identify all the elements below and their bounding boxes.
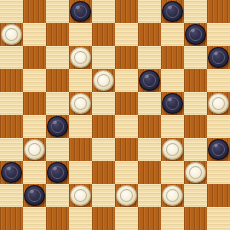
white-man[interactable]: ⛀ <box>162 139 183 160</box>
square-r3c8[interactable] <box>161 46 184 69</box>
square-r4c7[interactable]: ⛂ <box>138 69 161 92</box>
square-r4c8[interactable] <box>161 69 184 92</box>
square-r1c7[interactable] <box>138 0 161 23</box>
square-r6c6[interactable] <box>115 115 138 138</box>
square-r6c7[interactable] <box>138 115 161 138</box>
square-r5c6[interactable] <box>115 92 138 115</box>
square-r8c2[interactable] <box>23 161 46 184</box>
square-r7c9[interactable] <box>184 138 207 161</box>
black-man[interactable]: ⛂ <box>47 116 68 137</box>
square-r8c4[interactable] <box>69 161 92 184</box>
square-r1c4[interactable]: ⛂ <box>69 0 92 23</box>
square-r4c4[interactable] <box>69 69 92 92</box>
square-r1c10[interactable] <box>207 0 230 23</box>
square-r3c5[interactable] <box>92 46 115 69</box>
white-man[interactable]: ⛀ <box>24 139 45 160</box>
square-r3c3[interactable] <box>46 46 69 69</box>
square-r5c2[interactable] <box>23 92 46 115</box>
square-r4c1[interactable] <box>0 69 23 92</box>
square-r6c4[interactable] <box>69 115 92 138</box>
square-r9c7[interactable] <box>138 184 161 207</box>
square-r6c5[interactable] <box>92 115 115 138</box>
square-r8c1[interactable]: ⛂ <box>0 161 23 184</box>
square-r6c3[interactable]: ⛂ <box>46 115 69 138</box>
square-r7c8[interactable]: ⛀ <box>161 138 184 161</box>
black-man[interactable]: ⛂ <box>47 162 68 183</box>
square-r3c7[interactable] <box>138 46 161 69</box>
square-r7c2[interactable]: ⛀ <box>23 138 46 161</box>
black-man[interactable]: ⛂ <box>1 162 22 183</box>
square-r1c9[interactable] <box>184 0 207 23</box>
square-r10c4[interactable] <box>69 207 92 230</box>
square-r3c2[interactable] <box>23 46 46 69</box>
square-r2c1[interactable]: ⛀ <box>0 23 23 46</box>
square-r10c8[interactable] <box>161 207 184 230</box>
white-man[interactable]: ⛀ <box>1 24 22 45</box>
square-r9c10[interactable] <box>207 184 230 207</box>
square-r2c5[interactable] <box>92 23 115 46</box>
square-r8c3[interactable]: ⛂ <box>46 161 69 184</box>
black-man[interactable]: ⛂ <box>208 47 229 68</box>
square-r1c8[interactable]: ⛂ <box>161 0 184 23</box>
square-r8c10[interactable] <box>207 161 230 184</box>
square-r7c4[interactable] <box>69 138 92 161</box>
black-man[interactable]: ⛂ <box>208 139 229 160</box>
square-r5c9[interactable] <box>184 92 207 115</box>
square-r6c2[interactable] <box>23 115 46 138</box>
square-r10c10[interactable] <box>207 207 230 230</box>
white-man[interactable]: ⛀ <box>70 185 91 206</box>
square-r9c2[interactable]: ⛂ <box>23 184 46 207</box>
square-r10c1[interactable] <box>0 207 23 230</box>
square-r3c1[interactable] <box>0 46 23 69</box>
square-r10c7[interactable] <box>138 207 161 230</box>
square-r2c9[interactable]: ⛂ <box>184 23 207 46</box>
square-r7c5[interactable] <box>92 138 115 161</box>
square-r2c2[interactable] <box>23 23 46 46</box>
square-r2c6[interactable] <box>115 23 138 46</box>
square-r1c1[interactable] <box>0 0 23 23</box>
square-r5c8[interactable]: ⛂ <box>161 92 184 115</box>
square-r7c7[interactable] <box>138 138 161 161</box>
black-man[interactable]: ⛂ <box>139 70 160 91</box>
square-r4c6[interactable] <box>115 69 138 92</box>
square-r8c5[interactable] <box>92 161 115 184</box>
square-r6c10[interactable] <box>207 115 230 138</box>
square-r9c1[interactable] <box>0 184 23 207</box>
square-r2c7[interactable] <box>138 23 161 46</box>
square-r5c7[interactable] <box>138 92 161 115</box>
square-r4c10[interactable] <box>207 69 230 92</box>
square-r8c8[interactable] <box>161 161 184 184</box>
square-r8c6[interactable] <box>115 161 138 184</box>
square-r1c5[interactable] <box>92 0 115 23</box>
square-r10c9[interactable] <box>184 207 207 230</box>
square-r8c9[interactable]: ⛀ <box>184 161 207 184</box>
white-man[interactable]: ⛀ <box>70 93 91 114</box>
square-r2c8[interactable] <box>161 23 184 46</box>
square-r9c4[interactable]: ⛀ <box>69 184 92 207</box>
square-r7c1[interactable] <box>0 138 23 161</box>
square-r10c5[interactable] <box>92 207 115 230</box>
square-r8c7[interactable] <box>138 161 161 184</box>
square-r1c6[interactable] <box>115 0 138 23</box>
square-r10c6[interactable] <box>115 207 138 230</box>
square-r3c4[interactable]: ⛀ <box>69 46 92 69</box>
square-r2c4[interactable] <box>69 23 92 46</box>
square-r7c10[interactable]: ⛂ <box>207 138 230 161</box>
black-man[interactable]: ⛂ <box>162 93 183 114</box>
square-r4c2[interactable] <box>23 69 46 92</box>
black-man[interactable]: ⛂ <box>70 1 91 22</box>
square-r4c9[interactable] <box>184 69 207 92</box>
white-man[interactable]: ⛀ <box>70 47 91 68</box>
square-r2c10[interactable] <box>207 23 230 46</box>
white-man[interactable]: ⛀ <box>162 185 183 206</box>
square-r1c3[interactable] <box>46 0 69 23</box>
square-r6c1[interactable] <box>0 115 23 138</box>
square-r5c4[interactable]: ⛀ <box>69 92 92 115</box>
white-man[interactable]: ⛀ <box>208 93 229 114</box>
square-r3c6[interactable] <box>115 46 138 69</box>
square-r6c9[interactable] <box>184 115 207 138</box>
white-man[interactable]: ⛀ <box>185 162 206 183</box>
square-r9c9[interactable] <box>184 184 207 207</box>
square-r9c6[interactable]: ⛀ <box>115 184 138 207</box>
white-man[interactable]: ⛀ <box>93 70 114 91</box>
black-man[interactable]: ⛂ <box>185 24 206 45</box>
square-r7c3[interactable] <box>46 138 69 161</box>
square-r10c3[interactable] <box>46 207 69 230</box>
square-r6c8[interactable] <box>161 115 184 138</box>
square-r1c2[interactable] <box>23 0 46 23</box>
white-man[interactable]: ⛀ <box>116 185 137 206</box>
draughts-board: ⛂⛂⛀⛂⛀⛂⛀⛂⛀⛂⛀⛂⛀⛀⛂⛂⛂⛀⛂⛀⛀⛀ <box>0 0 230 230</box>
square-r9c5[interactable] <box>92 184 115 207</box>
square-r5c3[interactable] <box>46 92 69 115</box>
square-r4c3[interactable] <box>46 69 69 92</box>
square-r9c3[interactable] <box>46 184 69 207</box>
square-r5c5[interactable] <box>92 92 115 115</box>
square-r5c1[interactable] <box>0 92 23 115</box>
square-r4c5[interactable]: ⛀ <box>92 69 115 92</box>
black-man[interactable]: ⛂ <box>24 185 45 206</box>
square-r3c10[interactable]: ⛂ <box>207 46 230 69</box>
black-man[interactable]: ⛂ <box>162 1 183 22</box>
square-r5c10[interactable]: ⛀ <box>207 92 230 115</box>
square-r2c3[interactable] <box>46 23 69 46</box>
square-r10c2[interactable] <box>23 207 46 230</box>
square-r7c6[interactable] <box>115 138 138 161</box>
square-r9c8[interactable]: ⛀ <box>161 184 184 207</box>
square-r3c9[interactable] <box>184 46 207 69</box>
